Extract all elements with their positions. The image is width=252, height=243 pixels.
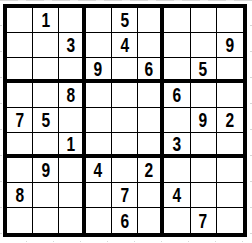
- given-digit: 4: [173, 184, 182, 206]
- cell-r6c3: 1: [59, 133, 85, 158]
- cell-r3c3[interactable]: [59, 58, 85, 83]
- cell-r4c4[interactable]: [86, 83, 112, 108]
- cell-r4c7: 6: [164, 83, 190, 108]
- cell-r6c8[interactable]: [191, 133, 217, 158]
- given-digit: 7: [120, 184, 129, 206]
- given-digit: 2: [226, 109, 235, 131]
- cell-r5c1: 7: [7, 108, 33, 133]
- cell-r1c4[interactable]: [86, 8, 112, 33]
- cell-r6c4[interactable]: [86, 133, 112, 158]
- given-digit: 4: [94, 159, 103, 181]
- cell-r5c5[interactable]: [112, 108, 138, 133]
- cell-r1c6[interactable]: [138, 8, 164, 33]
- cell-r8c6[interactable]: [138, 183, 164, 208]
- cell-r5c7[interactable]: [164, 108, 190, 133]
- cell-r1c2: 1: [33, 8, 59, 33]
- cell-r4c2[interactable]: [33, 83, 59, 108]
- cell-r1c5: 5: [112, 8, 138, 33]
- cell-r4c6[interactable]: [138, 83, 164, 108]
- cell-r5c9: 2: [217, 108, 243, 133]
- cell-r9c4[interactable]: [86, 208, 112, 233]
- cell-r7c2: 9: [33, 158, 59, 183]
- cell-r4c5[interactable]: [112, 83, 138, 108]
- given-digit: 9: [199, 109, 208, 131]
- cell-r9c3[interactable]: [59, 208, 85, 233]
- cell-r9c7[interactable]: [164, 208, 190, 233]
- sudoku-board: 153499658675921394287467: [3, 4, 247, 237]
- cell-r6c5[interactable]: [112, 133, 138, 158]
- cell-r1c9[interactable]: [217, 8, 243, 33]
- given-digit: 6: [145, 58, 154, 80]
- cell-r5c4[interactable]: [86, 108, 112, 133]
- cell-r6c6[interactable]: [138, 133, 164, 158]
- cell-r3c9[interactable]: [217, 58, 243, 83]
- cell-r8c5: 7: [112, 183, 138, 208]
- cell-r6c9[interactable]: [217, 133, 243, 158]
- cell-r8c3[interactable]: [59, 183, 85, 208]
- cell-r4c1[interactable]: [7, 83, 33, 108]
- given-digit: 3: [66, 34, 75, 56]
- given-digit: 9: [42, 159, 51, 181]
- cell-r8c9[interactable]: [217, 183, 243, 208]
- cell-r3c1[interactable]: [7, 58, 33, 83]
- given-digit: 6: [173, 84, 182, 106]
- cell-r1c8[interactable]: [191, 8, 217, 33]
- cell-r1c3[interactable]: [59, 8, 85, 33]
- cell-r7c6: 2: [138, 158, 164, 183]
- cell-r1c1[interactable]: [7, 8, 33, 33]
- given-digit: 9: [226, 34, 235, 56]
- cell-r2c5: 4: [112, 33, 138, 58]
- cell-r9c1[interactable]: [7, 208, 33, 233]
- cell-r4c3: 8: [59, 83, 85, 108]
- cell-r2c2[interactable]: [33, 33, 59, 58]
- cell-r7c8[interactable]: [191, 158, 217, 183]
- cell-r7c3[interactable]: [59, 158, 85, 183]
- given-digit: 9: [94, 58, 103, 80]
- cell-r7c4: 4: [86, 158, 112, 183]
- cell-r9c6[interactable]: [138, 208, 164, 233]
- cell-r8c7: 4: [164, 183, 190, 208]
- cell-r5c6[interactable]: [138, 108, 164, 133]
- given-digit: 4: [120, 34, 129, 56]
- given-digit: 5: [120, 9, 129, 31]
- given-digit: 3: [173, 133, 182, 155]
- given-digit: 7: [199, 210, 208, 232]
- cell-r4c9[interactable]: [217, 83, 243, 108]
- cell-r7c5[interactable]: [112, 158, 138, 183]
- cell-r3c4: 9: [86, 58, 112, 83]
- spreadsheet-gridline-top: [0, 0, 252, 1]
- cell-r7c9[interactable]: [217, 158, 243, 183]
- spreadsheet-gridline-bottom: [0, 241, 252, 242]
- cell-r6c7: 3: [164, 133, 190, 158]
- given-digit: 1: [66, 133, 75, 155]
- cell-r2c3: 3: [59, 33, 85, 58]
- given-digit: 8: [66, 84, 75, 106]
- cell-r8c8[interactable]: [191, 183, 217, 208]
- cell-r3c2[interactable]: [33, 58, 59, 83]
- cell-r6c2[interactable]: [33, 133, 59, 158]
- cell-r2c8[interactable]: [191, 33, 217, 58]
- cell-r9c5: 6: [112, 208, 138, 233]
- cell-r5c8: 9: [191, 108, 217, 133]
- cell-r7c7[interactable]: [164, 158, 190, 183]
- spreadsheet-gridline-left: [0, 0, 2, 243]
- given-digit: 1: [42, 9, 51, 31]
- cell-r4c8[interactable]: [191, 83, 217, 108]
- cell-r3c7[interactable]: [164, 58, 190, 83]
- cell-r3c5[interactable]: [112, 58, 138, 83]
- cell-r7c1[interactable]: [7, 158, 33, 183]
- cell-r1c7[interactable]: [164, 8, 190, 33]
- given-digit: 7: [15, 109, 24, 131]
- cell-r2c4[interactable]: [86, 33, 112, 58]
- cell-r2c7[interactable]: [164, 33, 190, 58]
- given-digit: 8: [15, 184, 24, 206]
- cell-r6c1[interactable]: [7, 133, 33, 158]
- sudoku-screenshot: 153499658675921394287467: [0, 0, 252, 243]
- cell-r2c6[interactable]: [138, 33, 164, 58]
- given-digit: 5: [199, 58, 208, 80]
- cell-r9c8: 7: [191, 208, 217, 233]
- cell-r2c1[interactable]: [7, 33, 33, 58]
- given-digit: 6: [120, 210, 129, 232]
- given-digit: 2: [145, 159, 154, 181]
- cell-r2c9: 9: [217, 33, 243, 58]
- spreadsheet-gridline-right: [250, 0, 252, 243]
- cell-r5c3[interactable]: [59, 108, 85, 133]
- cell-r9c2[interactable]: [33, 208, 59, 233]
- cell-r3c8: 5: [191, 58, 217, 83]
- given-digit: 5: [42, 109, 51, 131]
- cell-r8c4[interactable]: [86, 183, 112, 208]
- cell-r9c9[interactable]: [217, 208, 243, 233]
- cell-r5c2: 5: [33, 108, 59, 133]
- cell-r3c6: 6: [138, 58, 164, 83]
- cell-r8c1: 8: [7, 183, 33, 208]
- cell-r8c2[interactable]: [33, 183, 59, 208]
